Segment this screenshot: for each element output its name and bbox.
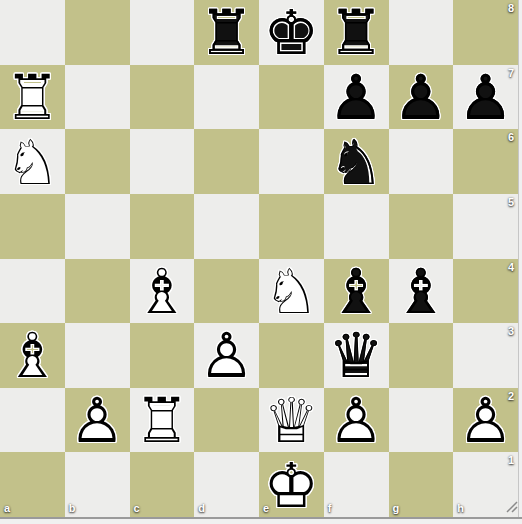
square-g3[interactable] [389, 323, 454, 388]
rank-label-1: 1 [508, 455, 514, 466]
square-d8[interactable]: ♜♖ [194, 0, 259, 65]
square-g2[interactable] [389, 388, 454, 453]
piece-white-rook[interactable]: ♜♖ [0, 65, 65, 130]
square-f8[interactable]: ♜♖ [324, 0, 389, 65]
white-pawn-glyph-outline: ♙ [194, 324, 259, 389]
square-a5[interactable] [0, 194, 65, 259]
square-h5[interactable]: 5 [453, 194, 518, 259]
square-d7[interactable] [194, 65, 259, 130]
piece-white-pawn[interactable]: ♟♙ [65, 388, 130, 453]
piece-white-pawn[interactable]: ♟♙ [194, 323, 259, 388]
black-pawn-glyph-outline: ♙ [389, 66, 454, 131]
square-g6[interactable] [389, 129, 454, 194]
square-h3[interactable]: 3 [453, 323, 518, 388]
rank-label-6: 6 [508, 132, 514, 143]
square-a7[interactable]: ♜♖ [0, 65, 65, 130]
piece-black-queen[interactable]: ♛♕ [324, 323, 389, 388]
square-d6[interactable] [194, 129, 259, 194]
black-rook-glyph-outline: ♖ [324, 1, 389, 66]
piece-black-bishop[interactable]: ♝♗ [389, 259, 454, 324]
chess-board: ♜♖♚♔♜♖8♜♖♟♙♟♙7♟♙♞♘♞♘65♝♗♞♘♝♗♝♗4♝♗♟♙♛♕3♟♙… [0, 0, 518, 517]
piece-black-knight[interactable]: ♞♘ [324, 129, 389, 194]
square-f3[interactable]: ♛♕ [324, 323, 389, 388]
square-b1[interactable]: b [65, 452, 130, 517]
piece-white-queen[interactable]: ♛♕ [259, 388, 324, 453]
square-a2[interactable] [0, 388, 65, 453]
square-f5[interactable] [324, 194, 389, 259]
rank-label-4: 4 [508, 262, 514, 273]
square-d2[interactable] [194, 388, 259, 453]
piece-white-knight[interactable]: ♞♘ [0, 129, 65, 194]
square-b5[interactable] [65, 194, 130, 259]
square-a3[interactable]: ♝♗ [0, 323, 65, 388]
piece-black-pawn[interactable]: ♟♙ [389, 65, 454, 130]
square-g4[interactable]: ♝♗ [389, 259, 454, 324]
square-b6[interactable] [65, 129, 130, 194]
white-knight-glyph-outline: ♘ [259, 260, 324, 325]
square-c6[interactable] [130, 129, 195, 194]
file-label-d: d [198, 503, 205, 514]
square-e5[interactable] [259, 194, 324, 259]
square-d5[interactable] [194, 194, 259, 259]
square-e1[interactable]: e♚♔ [259, 452, 324, 517]
white-knight-glyph-outline: ♘ [0, 130, 65, 195]
square-c3[interactable] [130, 323, 195, 388]
square-b8[interactable] [65, 0, 130, 65]
square-c5[interactable] [130, 194, 195, 259]
square-b2[interactable]: ♟♙ [65, 388, 130, 453]
file-label-g: g [393, 503, 400, 514]
square-h2[interactable]: 2♟♙ [453, 388, 518, 453]
piece-black-pawn[interactable]: ♟♙ [453, 65, 518, 130]
piece-black-rook[interactable]: ♜♖ [194, 0, 259, 65]
piece-black-rook[interactable]: ♜♖ [324, 0, 389, 65]
piece-white-pawn[interactable]: ♟♙ [324, 388, 389, 453]
file-label-f: f [328, 503, 332, 514]
square-f2[interactable]: ♟♙ [324, 388, 389, 453]
board-widget: ♜♖♚♔♜♖8♜♖♟♙♟♙7♟♙♞♘♞♘65♝♗♞♘♝♗♝♗4♝♗♟♙♛♕3♟♙… [0, 0, 522, 524]
right-edge [518, 0, 522, 517]
piece-black-pawn[interactable]: ♟♙ [324, 65, 389, 130]
file-label-a: a [4, 503, 10, 514]
square-c8[interactable] [130, 0, 195, 65]
piece-white-king[interactable]: ♚♔ [259, 452, 324, 517]
piece-black-king[interactable]: ♚♔ [259, 0, 324, 65]
square-d3[interactable]: ♟♙ [194, 323, 259, 388]
square-c1[interactable]: c [130, 452, 195, 517]
white-king-glyph-outline: ♔ [259, 453, 324, 518]
white-pawn-glyph-outline: ♙ [453, 389, 518, 454]
piece-white-pawn[interactable]: ♟♙ [453, 388, 518, 453]
piece-black-bishop[interactable]: ♝♗ [324, 259, 389, 324]
square-c2[interactable]: ♜♖ [130, 388, 195, 453]
square-f4[interactable]: ♝♗ [324, 259, 389, 324]
black-king-glyph-outline: ♔ [259, 1, 324, 66]
square-c7[interactable] [130, 65, 195, 130]
square-e3[interactable] [259, 323, 324, 388]
piece-white-bishop[interactable]: ♝♗ [130, 259, 195, 324]
file-label-h: h [457, 503, 464, 514]
square-f1[interactable]: f [324, 452, 389, 517]
piece-white-bishop[interactable]: ♝♗ [0, 323, 65, 388]
white-pawn-glyph-outline: ♙ [324, 389, 389, 454]
square-g7[interactable]: ♟♙ [389, 65, 454, 130]
white-pawn-glyph-outline: ♙ [65, 389, 130, 454]
square-a4[interactable] [0, 259, 65, 324]
white-queen-glyph-outline: ♕ [259, 389, 324, 454]
square-c4[interactable]: ♝♗ [130, 259, 195, 324]
black-queen-glyph-outline: ♕ [324, 324, 389, 389]
black-pawn-glyph-outline: ♙ [324, 66, 389, 131]
square-e6[interactable] [259, 129, 324, 194]
black-knight-glyph-outline: ♘ [324, 130, 389, 195]
rank-label-3: 3 [508, 326, 514, 337]
square-g1[interactable]: g [389, 452, 454, 517]
rank-label-8: 8 [508, 3, 514, 14]
square-h7[interactable]: 7♟♙ [453, 65, 518, 130]
white-bishop-glyph-outline: ♗ [0, 324, 65, 389]
white-bishop-glyph-outline: ♗ [130, 260, 195, 325]
black-pawn-glyph-outline: ♙ [453, 66, 518, 131]
file-label-b: b [69, 503, 76, 514]
square-e2[interactable]: ♛♕ [259, 388, 324, 453]
square-b4[interactable] [65, 259, 130, 324]
square-a8[interactable] [0, 0, 65, 65]
square-f7[interactable]: ♟♙ [324, 65, 389, 130]
square-h4[interactable]: 4 [453, 259, 518, 324]
square-a1[interactable]: a [0, 452, 65, 517]
square-g8[interactable] [389, 0, 454, 65]
square-d4[interactable] [194, 259, 259, 324]
square-b3[interactable] [65, 323, 130, 388]
black-bishop-glyph-outline: ♗ [389, 260, 454, 325]
square-f6[interactable]: ♞♘ [324, 129, 389, 194]
square-b7[interactable] [65, 65, 130, 130]
square-e7[interactable] [259, 65, 324, 130]
square-h8[interactable]: 8 [453, 0, 518, 65]
file-label-c: c [134, 503, 140, 514]
white-rook-glyph-outline: ♖ [130, 389, 195, 454]
square-d1[interactable]: d [194, 452, 259, 517]
square-a6[interactable]: ♞♘ [0, 129, 65, 194]
page-background [0, 517, 522, 524]
black-bishop-glyph-outline: ♗ [324, 260, 389, 325]
white-rook-glyph-outline: ♖ [0, 66, 65, 131]
square-g5[interactable] [389, 194, 454, 259]
piece-white-knight[interactable]: ♞♘ [259, 259, 324, 324]
black-rook-glyph-outline: ♖ [194, 1, 259, 66]
resize-handle-icon[interactable] [503, 498, 518, 513]
square-e8[interactable]: ♚♔ [259, 0, 324, 65]
rank-label-5: 5 [508, 197, 514, 208]
square-e4[interactable]: ♞♘ [259, 259, 324, 324]
square-h6[interactable]: 6 [453, 129, 518, 194]
piece-white-rook[interactable]: ♜♖ [130, 388, 195, 453]
